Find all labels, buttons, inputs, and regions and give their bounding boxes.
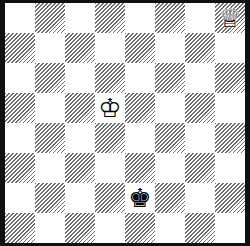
square-e4[interactable] [125,123,155,153]
square-d7[interactable] [95,33,125,63]
square-g6[interactable] [185,63,215,93]
square-c1[interactable] [65,213,95,243]
square-f5[interactable] [155,93,185,123]
black-king-e2[interactable]: ♚ [125,183,155,213]
square-d8[interactable] [95,3,125,33]
white-king-outline-glyph: ♔ [95,93,125,123]
square-b3[interactable] [35,153,65,183]
square-a7[interactable] [5,33,35,63]
square-e6[interactable] [125,63,155,93]
square-a8[interactable] [5,3,35,33]
square-d6[interactable] [95,63,125,93]
square-f7[interactable] [155,33,185,63]
square-f2[interactable] [155,183,185,213]
square-e7[interactable] [125,33,155,63]
square-c6[interactable] [65,63,95,93]
square-c5[interactable] [65,93,95,123]
square-b2[interactable] [35,183,65,213]
square-d2[interactable] [95,183,125,213]
square-d3[interactable] [95,153,125,183]
square-e8[interactable] [125,3,155,33]
square-b7[interactable] [35,33,65,63]
square-c4[interactable] [65,123,95,153]
square-f4[interactable] [155,123,185,153]
square-h6[interactable] [215,63,245,93]
square-e2[interactable]: ♚ [125,183,155,213]
square-a6[interactable] [5,63,35,93]
square-g2[interactable] [185,183,215,213]
square-h7[interactable] [215,33,245,63]
chess-board: ♛♕♚♔♚ [0,0,250,246]
square-a1[interactable] [5,213,35,243]
square-e1[interactable] [125,213,155,243]
square-g1[interactable] [185,213,215,243]
square-f1[interactable] [155,213,185,243]
square-h8[interactable]: ♛♕ [215,3,245,33]
square-d1[interactable] [95,213,125,243]
square-e3[interactable] [125,153,155,183]
white-king-d5[interactable]: ♚♔ [95,93,125,123]
square-g3[interactable] [185,153,215,183]
square-h2[interactable] [215,183,245,213]
white-queen-outline-glyph: ♕ [215,3,245,33]
square-c8[interactable] [65,3,95,33]
square-f3[interactable] [155,153,185,183]
square-g5[interactable] [185,93,215,123]
square-h4[interactable] [215,123,245,153]
square-c2[interactable] [65,183,95,213]
square-a5[interactable] [5,93,35,123]
square-h5[interactable] [215,93,245,123]
square-f6[interactable] [155,63,185,93]
square-e5[interactable] [125,93,155,123]
square-g4[interactable] [185,123,215,153]
white-queen-h8[interactable]: ♛♕ [215,3,245,33]
square-c3[interactable] [65,153,95,183]
square-a2[interactable] [5,183,35,213]
square-a3[interactable] [5,153,35,183]
square-g7[interactable] [185,33,215,63]
square-b1[interactable] [35,213,65,243]
square-b4[interactable] [35,123,65,153]
square-b5[interactable] [35,93,65,123]
square-f8[interactable] [155,3,185,33]
square-d4[interactable] [95,123,125,153]
square-a4[interactable] [5,123,35,153]
square-h3[interactable] [215,153,245,183]
square-c7[interactable] [65,33,95,63]
square-h1[interactable] [215,213,245,243]
square-b8[interactable] [35,3,65,33]
square-d5[interactable]: ♚♔ [95,93,125,123]
square-g8[interactable] [185,3,215,33]
square-b6[interactable] [35,63,65,93]
